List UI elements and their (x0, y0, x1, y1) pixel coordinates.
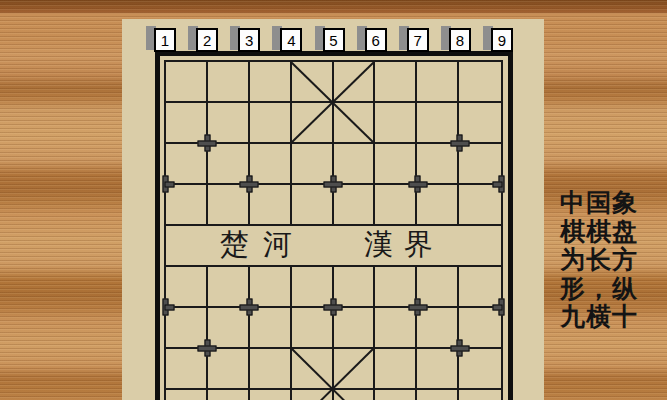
tab-label: 8 (449, 28, 471, 52)
tabs-row: 123456789 (0, 0, 667, 60)
tab-label: 2 (196, 28, 218, 52)
position-marker (156, 299, 175, 316)
tab-label: 1 (154, 28, 176, 52)
tab-6[interactable]: 6 (365, 28, 387, 52)
caption-text: 中国象 棋棋盘 为长方 形，纵 九横十 (560, 188, 660, 331)
position-marker (198, 135, 217, 152)
screen: 楚河 漢界 123456789 中国象 棋棋盘 为长方 形，纵 九横十 (0, 0, 667, 400)
tab-9[interactable]: 9 (491, 28, 513, 52)
position-marker (450, 135, 469, 152)
position-marker (408, 176, 427, 193)
tab-label: 3 (238, 28, 260, 52)
tab-5[interactable]: 5 (323, 28, 345, 52)
position-marker (408, 299, 427, 316)
position-marker (198, 340, 217, 357)
caption-line: 九横十 (560, 302, 660, 331)
tab-label: 6 (365, 28, 387, 52)
caption-line: 中国象 (560, 188, 660, 217)
caption-line: 为长方 (560, 245, 660, 274)
position-marker (324, 299, 343, 316)
tab-4[interactable]: 4 (280, 28, 302, 52)
board: 楚河 漢界 (164, 60, 503, 400)
position-marker (240, 176, 259, 193)
tab-8[interactable]: 8 (449, 28, 471, 52)
caption-line: 形，纵 (560, 274, 660, 303)
marker-layer (164, 60, 503, 400)
tab-3[interactable]: 3 (238, 28, 260, 52)
tab-2[interactable]: 2 (196, 28, 218, 52)
tab-label: 9 (491, 28, 513, 52)
tab-label: 5 (323, 28, 345, 52)
tab-1[interactable]: 1 (154, 28, 176, 52)
position-marker (240, 299, 259, 316)
position-marker (450, 340, 469, 357)
position-marker (156, 176, 175, 193)
tab-7[interactable]: 7 (407, 28, 429, 52)
position-marker (324, 176, 343, 193)
caption-line: 棋棋盘 (560, 217, 660, 246)
position-marker (492, 299, 511, 316)
tab-label: 7 (407, 28, 429, 52)
tab-label: 4 (280, 28, 302, 52)
position-marker (492, 176, 511, 193)
